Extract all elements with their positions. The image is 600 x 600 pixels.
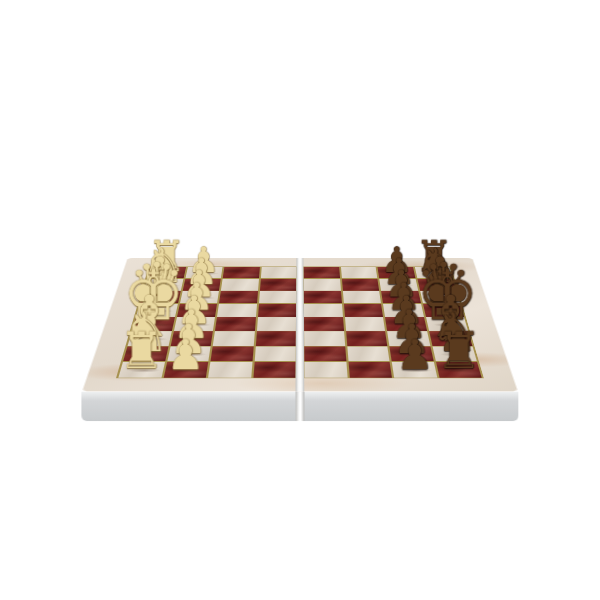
square-g4[interactable]: [254, 346, 296, 361]
square-e4[interactable]: [256, 317, 296, 330]
square-a5[interactable]: [304, 267, 340, 278]
fold-seam: [295, 258, 304, 392]
square-f5[interactable]: [304, 331, 345, 345]
square-d5[interactable]: [304, 304, 343, 317]
square-h5[interactable]: [304, 362, 347, 378]
box-base: [81, 392, 518, 421]
square-c5[interactable]: [304, 291, 342, 303]
board: ♜♟♟♜♞♟♟♞♝♟♟♝♛♟♟♛♚♟♟♚♝♟♟♝♞♟♟♞♜♟♟♜: [81, 258, 518, 392]
square-b4[interactable]: [260, 279, 297, 291]
square-g5[interactable]: [304, 346, 346, 361]
scene: ♜♟♟♜♞♟♟♞♝♟♟♝♛♟♟♛♚♟♟♚♝♟♟♝♞♟♟♞♜♟♟♜: [0, 0, 600, 600]
square-d4[interactable]: [258, 304, 297, 317]
square-h4[interactable]: [253, 362, 296, 378]
base-seam: [295, 392, 304, 421]
square-c4[interactable]: [259, 291, 297, 303]
square-e5[interactable]: [304, 317, 344, 330]
board-stage: ♜♟♟♜♞♟♟♞♝♟♟♝♛♟♟♛♚♟♟♚♝♟♟♝♞♟♟♞♜♟♟♜: [107, 124, 493, 510]
square-b5[interactable]: [304, 279, 341, 291]
white-pawn[interactable]: ♟: [152, 333, 218, 375]
square-a4[interactable]: [260, 267, 296, 278]
black-rook[interactable]: ♜: [426, 324, 492, 375]
square-f4[interactable]: [255, 331, 296, 345]
